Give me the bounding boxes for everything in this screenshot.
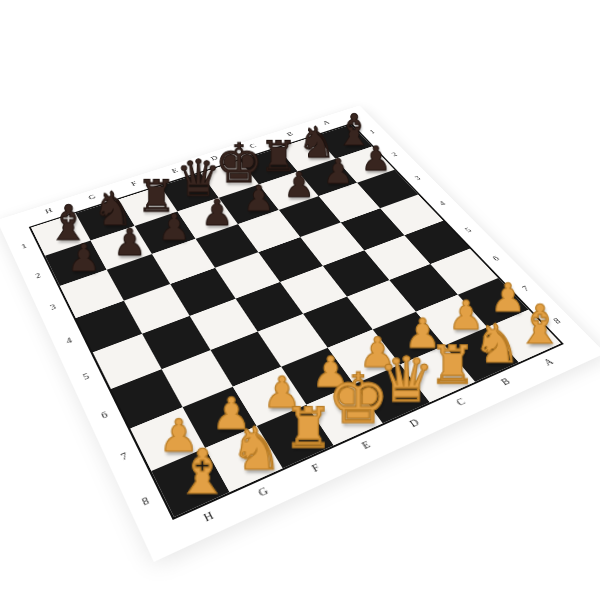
dark-pawn-g2[interactable]: ♟: [112, 224, 145, 261]
photo-scene: HGFEDCBA HGFEDCBA 12345678 12345678 ♝♞♜♛…: [0, 0, 600, 600]
dark-pawn-d2[interactable]: ♟: [242, 181, 274, 216]
light-bishop-h8[interactable]: ♝: [174, 442, 229, 504]
dark-pawn-h2[interactable]: ♟: [66, 239, 100, 277]
light-king-e8[interactable]: ♚: [327, 364, 389, 434]
chess-board[interactable]: ♝♞♜♛♚♜♞♝♟♟♟♟♟♟♟♟♟♟♟♟♟♟♟♟♝♞♜♚♛♜♞♝: [29, 123, 564, 520]
dark-pawn-f2[interactable]: ♟: [157, 209, 190, 246]
light-rook-f8[interactable]: ♜: [283, 400, 333, 456]
light-knight-g8[interactable]: ♞: [229, 420, 282, 479]
chess-mat: HGFEDCBA HGFEDCBA 12345678 12345678 ♝♞♜♛…: [0, 105, 600, 561]
dark-pawn-b2[interactable]: ♟: [322, 155, 353, 189]
dark-pawn-e2[interactable]: ♟: [200, 195, 232, 231]
dark-pawn-c2[interactable]: ♟: [283, 168, 314, 203]
light-bishop-a8[interactable]: ♝: [515, 298, 563, 352]
dark-pawn-a2[interactable]: ♟: [360, 142, 390, 176]
light-rook-c8[interactable]: ♜: [429, 339, 476, 391]
light-knight-b8[interactable]: ♞: [472, 318, 520, 372]
